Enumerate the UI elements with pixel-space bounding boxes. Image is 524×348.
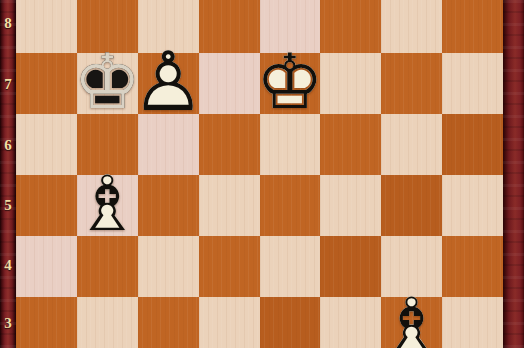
- board-frame-right: [503, 0, 524, 348]
- square-a3[interactable]: [16, 297, 77, 348]
- king-glyph-outline: ♔: [256, 44, 324, 120]
- square-f3[interactable]: [320, 297, 381, 348]
- square-f8[interactable]: [320, 0, 381, 53]
- rank-label-7: 7: [0, 75, 16, 93]
- pawn-glyph-outline: ♙: [131, 41, 205, 123]
- square-h4[interactable]: [442, 236, 503, 297]
- white-king-e7[interactable]: ♚♔: [260, 53, 321, 114]
- white-pawn-c7[interactable]: ♟♙: [138, 53, 199, 114]
- white-bishop-b5[interactable]: ♝♗: [77, 175, 138, 236]
- square-g7[interactable]: [381, 53, 442, 114]
- square-h5[interactable]: [442, 175, 503, 236]
- square-a8[interactable]: [16, 0, 77, 53]
- square-f7[interactable]: [320, 53, 381, 114]
- square-c4[interactable]: [138, 236, 199, 297]
- square-h6[interactable]: [442, 114, 503, 175]
- rank-label-8: 8: [0, 14, 16, 32]
- square-h3[interactable]: [442, 297, 503, 348]
- square-h8[interactable]: [442, 0, 503, 53]
- square-d5[interactable]: [199, 175, 260, 236]
- square-g8[interactable]: [381, 0, 442, 53]
- chess-board: ♚♔♟♙♚♔♝♗♝♗: [16, 0, 503, 348]
- square-h7[interactable]: [442, 53, 503, 114]
- square-f4[interactable]: [320, 236, 381, 297]
- square-a4[interactable]: [16, 236, 77, 297]
- square-c5[interactable]: [138, 175, 199, 236]
- black-king-b7[interactable]: ♚♔: [77, 53, 138, 114]
- square-e5[interactable]: [260, 175, 321, 236]
- chess-diagram: ♚♔♟♙♚♔♝♗♝♗ 876543: [0, 0, 524, 348]
- rank-label-4: 4: [0, 256, 16, 274]
- square-d4[interactable]: [199, 236, 260, 297]
- square-g5[interactable]: [381, 175, 442, 236]
- bishop-glyph-outline: ♗: [73, 166, 141, 242]
- white-bishop-g3[interactable]: ♝♗: [381, 297, 442, 348]
- square-d8[interactable]: [199, 0, 260, 53]
- square-e4[interactable]: [260, 236, 321, 297]
- square-d7[interactable]: [199, 53, 260, 114]
- square-b7[interactable]: ♚♔: [77, 53, 138, 114]
- bishop-glyph-outline: ♗: [378, 288, 446, 348]
- square-c3[interactable]: [138, 297, 199, 348]
- board-frame-left: 876543: [0, 0, 16, 348]
- square-a6[interactable]: [16, 114, 77, 175]
- square-b3[interactable]: [77, 297, 138, 348]
- square-c7[interactable]: ♟♙: [138, 53, 199, 114]
- square-g3[interactable]: ♝♗: [381, 297, 442, 348]
- rank-label-3: 3: [0, 314, 16, 332]
- square-d6[interactable]: [199, 114, 260, 175]
- square-e3[interactable]: [260, 297, 321, 348]
- rank-label-6: 6: [0, 136, 16, 154]
- square-a5[interactable]: [16, 175, 77, 236]
- square-a7[interactable]: [16, 53, 77, 114]
- square-d3[interactable]: [199, 297, 260, 348]
- square-b5[interactable]: ♝♗: [77, 175, 138, 236]
- square-f5[interactable]: [320, 175, 381, 236]
- rank-label-5: 5: [0, 196, 16, 214]
- square-e7[interactable]: ♚♔: [260, 53, 321, 114]
- square-f6[interactable]: [320, 114, 381, 175]
- square-g6[interactable]: [381, 114, 442, 175]
